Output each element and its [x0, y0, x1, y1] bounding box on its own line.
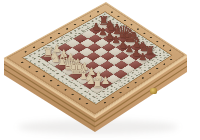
piece-black-pawn[interactable]: ♟ [133, 52, 153, 62]
pieces-layer: ♜♞♝♛♚♝♞♜♟♟♟♟♟♟♟♟♟♟♟♟♟♟♟♟♜♞♝♛♚♝♞♜ [0, 0, 200, 140]
piece-white-rook[interactable]: ♜ [87, 78, 107, 91]
chess-set-photo: ♜♞♝♛♚♝♞♜♟♟♟♟♟♟♟♟♟♟♟♟♟♟♟♟♜♞♝♛♚♝♞♜ [0, 0, 200, 140]
